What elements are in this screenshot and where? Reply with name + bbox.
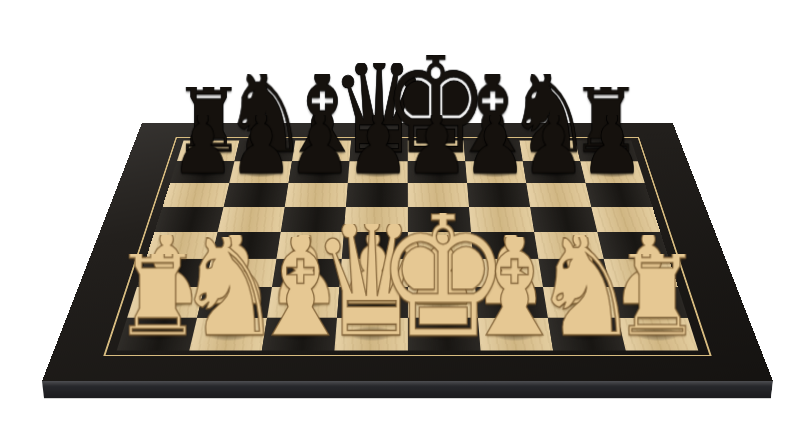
piece-black-pawn[interactable]: ♟ [346, 115, 410, 173]
square-c1[interactable]: ♝ [262, 318, 337, 351]
piece-white-rook[interactable]: ♜ [112, 254, 202, 335]
chess-board: ♜♞♝♛♚♝♞♜♟♟♟♟♟♟♟♟♟♟♟♟♟♟♟♟♜♞♝♛♚♝♞♜ [42, 123, 773, 381]
piece-black-pawn[interactable]: ♟ [580, 115, 644, 173]
piece-black-pawn[interactable]: ♟ [463, 115, 527, 173]
square-g7[interactable]: ♟ [523, 161, 586, 183]
square-h7[interactable]: ♟ [580, 161, 645, 183]
piece-white-bishop[interactable]: ♝ [246, 237, 355, 336]
piece-black-pawn[interactable]: ♟ [229, 115, 293, 173]
piece-white-rook[interactable]: ♜ [613, 254, 703, 335]
square-b7[interactable]: ♟ [229, 161, 292, 183]
square-h1[interactable]: ♜ [618, 318, 699, 351]
piece-black-pawn[interactable]: ♟ [170, 115, 234, 173]
piece-black-pawn[interactable]: ♟ [405, 115, 469, 173]
board-edge [42, 381, 773, 398]
piece-black-pawn[interactable]: ♟ [287, 115, 351, 173]
piece-black-pawn[interactable]: ♟ [522, 115, 586, 173]
square-a1[interactable]: ♜ [117, 318, 198, 351]
square-a7[interactable]: ♟ [170, 161, 235, 183]
square-c7[interactable]: ♟ [289, 161, 350, 183]
playing-area: ♜♞♝♛♚♝♞♜♟♟♟♟♟♟♟♟♟♟♟♟♟♟♟♟♜♞♝♛♚♝♞♜ [117, 141, 699, 351]
scene: ♜♞♝♛♚♝♞♜♟♟♟♟♟♟♟♟♟♟♟♟♟♟♟♟♜♞♝♛♚♝♞♜ [0, 0, 800, 446]
